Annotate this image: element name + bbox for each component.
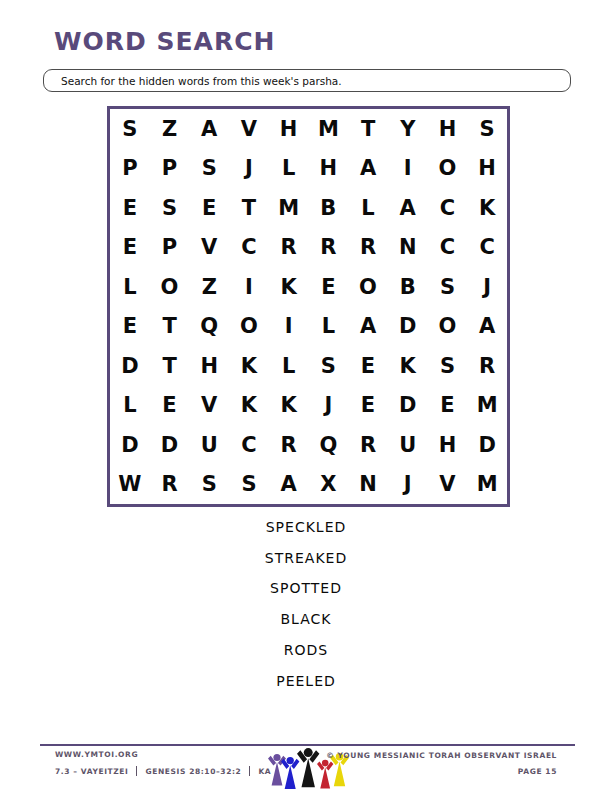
footer-left: WWW.YMTOI.ORG 7.3 – VAYEITZEI GENESIS 28… <box>55 750 271 776</box>
grid-cell-r3c1[interactable]: E <box>110 188 150 228</box>
word-item: RODS <box>0 635 612 666</box>
grid-cell-r4c5[interactable]: R <box>269 228 309 268</box>
grid-cell-r7c8[interactable]: K <box>388 346 428 386</box>
grid-cell-r6c7[interactable]: A <box>348 307 388 347</box>
grid-cell-r5c5[interactable]: K <box>269 267 309 307</box>
grid-cell-r7c2[interactable]: T <box>150 346 190 386</box>
word-item: BLACK <box>0 604 612 635</box>
grid-cell-r8c3[interactable]: V <box>189 386 229 426</box>
grid-cell-r1c1[interactable]: S <box>110 109 150 149</box>
grid-cell-r9c6[interactable]: Q <box>309 425 349 465</box>
grid-cell-r3c4[interactable]: T <box>229 188 269 228</box>
footer-separator-bar <box>249 766 250 776</box>
grid-cell-r8c10[interactable]: M <box>467 386 507 426</box>
footer-right: © YOUNG MESSIANIC TORAH OBSERVANT ISRAEL… <box>326 751 557 776</box>
grid-cell-r5c10[interactable]: J <box>467 267 507 307</box>
grid-cell-r3c10[interactable]: K <box>467 188 507 228</box>
page-title: WORD SEARCH <box>54 27 276 56</box>
grid-cell-r4c8[interactable]: N <box>388 228 428 268</box>
grid-cell-r10c9[interactable]: V <box>428 465 468 505</box>
grid-cell-r8c5[interactable]: K <box>269 386 309 426</box>
grid-cell-r8c9[interactable]: E <box>428 386 468 426</box>
grid-cell-r5c3[interactable]: Z <box>189 267 229 307</box>
grid-cell-r2c10[interactable]: H <box>467 149 507 189</box>
grid-cell-r2c4[interactable]: J <box>229 149 269 189</box>
grid-cell-r10c2[interactable]: R <box>150 465 190 505</box>
grid-cell-r10c6[interactable]: X <box>309 465 349 505</box>
grid-cell-r3c8[interactable]: A <box>388 188 428 228</box>
grid-cell-r5c9[interactable]: S <box>428 267 468 307</box>
word-item: SPOTTED <box>0 573 612 604</box>
grid-cell-r6c3[interactable]: Q <box>189 307 229 347</box>
grid-cell-r1c7[interactable]: T <box>348 109 388 149</box>
grid-cell-r9c9[interactable]: H <box>428 425 468 465</box>
grid-cell-r4c4[interactable]: C <box>229 228 269 268</box>
instruction-box: Search for the hidden words from this we… <box>43 69 571 92</box>
grid-cell-r1c8[interactable]: Y <box>388 109 428 149</box>
grid-cell-r6c4[interactable]: O <box>229 307 269 347</box>
footer-separator-bar <box>136 766 137 776</box>
grid-cell-r10c10[interactable]: M <box>467 465 507 505</box>
footer-reference-line: 7.3 – VAYEITZEI GENESIS 28:10–32:2 KA <box>55 766 271 776</box>
grid-cell-r7c6[interactable]: S <box>309 346 349 386</box>
grid-cell-r2c7[interactable]: A <box>348 149 388 189</box>
grid-cell-r8c8[interactable]: D <box>388 386 428 426</box>
grid-cell-r9c2[interactable]: D <box>150 425 190 465</box>
grid-cell-r5c4[interactable]: I <box>229 267 269 307</box>
grid-cell-r6c5[interactable]: I <box>269 307 309 347</box>
footer-scripture: GENESIS 28:10–32:2 <box>145 767 241 776</box>
grid-cell-r2c2[interactable]: P <box>150 149 190 189</box>
grid-cell-r8c7[interactable]: E <box>348 386 388 426</box>
grid-cell-r2c8[interactable]: I <box>388 149 428 189</box>
grid-cell-r4c9[interactable]: C <box>428 228 468 268</box>
grid-cell-r4c6[interactable]: R <box>309 228 349 268</box>
grid-cell-r4c10[interactable]: C <box>467 228 507 268</box>
grid-cell-r7c9[interactable]: S <box>428 346 468 386</box>
grid-cell-r4c7[interactable]: R <box>348 228 388 268</box>
grid-cell-r4c2[interactable]: P <box>150 228 190 268</box>
grid-cell-r8c6[interactable]: J <box>309 386 349 426</box>
grid-cell-r1c9[interactable]: H <box>428 109 468 149</box>
grid-cell-r2c5[interactable]: L <box>269 149 309 189</box>
grid-cell-r8c4[interactable]: K <box>229 386 269 426</box>
grid-cell-r10c4[interactable]: S <box>229 465 269 505</box>
grid-cell-r3c6[interactable]: B <box>309 188 349 228</box>
grid-cell-r10c1[interactable]: W <box>110 465 150 505</box>
grid-cell-r3c5[interactable]: M <box>269 188 309 228</box>
grid-cell-r7c1[interactable]: D <box>110 346 150 386</box>
grid-cell-r5c2[interactable]: O <box>150 267 190 307</box>
grid-cell-r1c4[interactable]: V <box>229 109 269 149</box>
grid-cell-r3c2[interactable]: S <box>150 188 190 228</box>
grid-cell-r5c8[interactable]: B <box>388 267 428 307</box>
grid-cell-r9c7[interactable]: R <box>348 425 388 465</box>
grid-cell-r3c3[interactable]: E <box>189 188 229 228</box>
grid-cell-r6c10[interactable]: A <box>467 307 507 347</box>
grid-cell-r7c5[interactable]: L <box>269 346 309 386</box>
word-item: STREAKED <box>0 543 612 574</box>
worksheet-page: WORD SEARCH Search for the hidden words … <box>0 0 612 792</box>
footer-website: WWW.YMTOI.ORG <box>55 750 271 759</box>
grid-cell-r1c6[interactable]: M <box>309 109 349 149</box>
grid-cell-r1c5[interactable]: H <box>269 109 309 149</box>
grid-cell-r10c5[interactable]: A <box>269 465 309 505</box>
grid-cell-r9c10[interactable]: D <box>467 425 507 465</box>
grid-cell-r7c3[interactable]: H <box>189 346 229 386</box>
word-item: PEELED <box>0 666 612 697</box>
grid-cell-r2c6[interactable]: H <box>309 149 349 189</box>
grid-cell-r9c1[interactable]: D <box>110 425 150 465</box>
grid-cell-r9c3[interactable]: U <box>189 425 229 465</box>
grid-cell-r7c4[interactable]: K <box>229 346 269 386</box>
grid-cell-r7c10[interactable]: R <box>467 346 507 386</box>
footer-lesson: 7.3 – VAYEITZEI <box>55 767 128 776</box>
grid-cell-r4c3[interactable]: V <box>189 228 229 268</box>
word-list: SPECKLEDSTREAKEDSPOTTEDBLACKRODSPEELED <box>0 512 612 696</box>
grid-cell-r2c1[interactable]: P <box>110 149 150 189</box>
footer-page-number: PAGE 15 <box>326 767 557 776</box>
word-item: SPECKLED <box>0 512 612 543</box>
grid-cell-r1c3[interactable]: A <box>189 109 229 149</box>
footer-copyright: © YOUNG MESSIANIC TORAH OBSERVANT ISRAEL <box>326 751 557 760</box>
grid-cell-r2c3[interactable]: S <box>189 149 229 189</box>
instruction-text: Search for the hidden words from this we… <box>61 75 342 87</box>
grid-cell-r2c9[interactable]: O <box>428 149 468 189</box>
grid-cell-r6c6[interactable]: L <box>309 307 349 347</box>
grid-cell-r6c9[interactable]: O <box>428 307 468 347</box>
grid-cell-r3c7[interactable]: L <box>348 188 388 228</box>
grid-cell-r7c7[interactable]: E <box>348 346 388 386</box>
grid-cell-r6c8[interactable]: D <box>388 307 428 347</box>
grid-cell-r10c7[interactable]: N <box>348 465 388 505</box>
grid-cell-r8c1[interactable]: L <box>110 386 150 426</box>
grid-cell-r6c1[interactable]: E <box>110 307 150 347</box>
grid-cell-r9c8[interactable]: U <box>388 425 428 465</box>
grid-cell-r1c2[interactable]: Z <box>150 109 190 149</box>
grid-cell-r10c3[interactable]: S <box>189 465 229 505</box>
grid-cell-r9c4[interactable]: C <box>229 425 269 465</box>
grid-cell-r9c5[interactable]: R <box>269 425 309 465</box>
grid-cell-r1c10[interactable]: S <box>467 109 507 149</box>
grid-cell-r10c8[interactable]: J <box>388 465 428 505</box>
grid-cell-r3c9[interactable]: C <box>428 188 468 228</box>
grid-cell-r5c1[interactable]: L <box>110 267 150 307</box>
grid-cell-r5c6[interactable]: E <box>309 267 349 307</box>
grid-cell-r4c1[interactable]: E <box>110 228 150 268</box>
grid-cell-r8c2[interactable]: E <box>150 386 190 426</box>
word-search-grid: SZAVHMTYHSPPSJLHAIOHESETMBLACKEPVCRRRNCC… <box>107 106 510 507</box>
grid-cell-r5c7[interactable]: O <box>348 267 388 307</box>
grid-cell-r6c2[interactable]: T <box>150 307 190 347</box>
